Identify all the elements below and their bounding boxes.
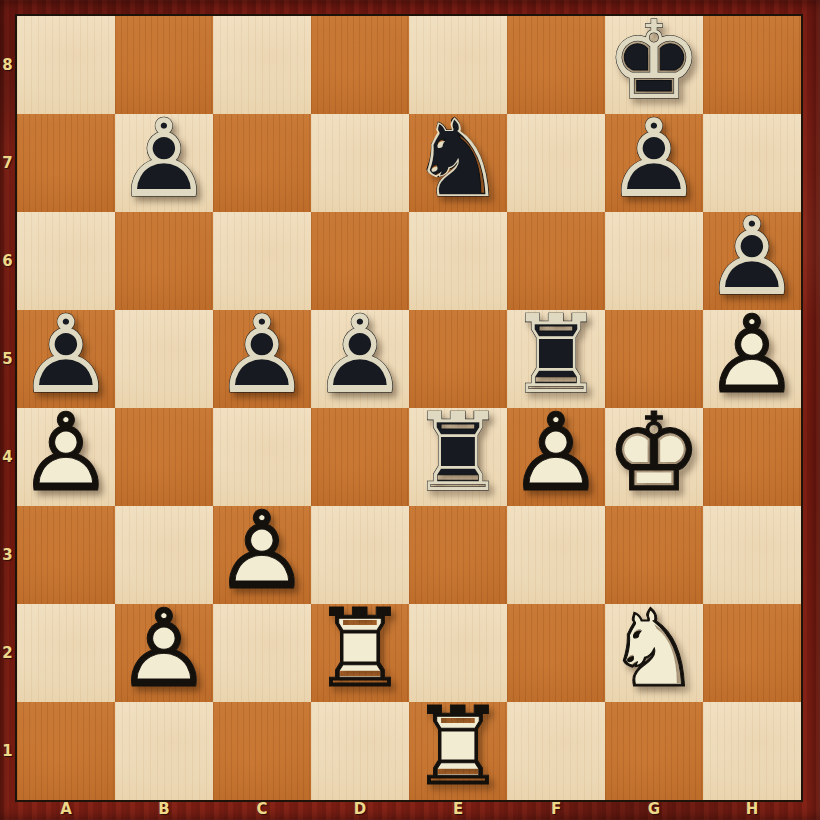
square-e7[interactable]: ♞♘ — [409, 114, 507, 212]
file-label-f: F — [507, 798, 605, 820]
square-d8[interactable] — [311, 16, 409, 114]
square-g1[interactable] — [605, 702, 703, 800]
square-a3[interactable] — [17, 506, 115, 604]
square-h5[interactable]: ♟♙ — [703, 310, 801, 408]
piece-white-pawn[interactable]: ♟♙ — [507, 408, 605, 506]
square-g4[interactable]: ♚♔ — [605, 408, 703, 506]
file-label-h: H — [703, 798, 801, 820]
piece-white-rook[interactable]: ♜♖ — [311, 604, 409, 702]
black-pawn-outline-glyph: ♙ — [311, 306, 409, 404]
black-rook-outline-glyph: ♖ — [409, 404, 507, 502]
rank-labels: 87654321 — [0, 16, 15, 800]
chess-board: ♚♔♟♙♞♘♟♙♟♙♟♙♟♙♟♙♜♖♟♙♟♙♜♖♟♙♚♔♟♙♟♙♜♖♞♘♜♖ — [17, 16, 801, 800]
white-pawn-outline-glyph: ♙ — [17, 404, 115, 502]
square-e1[interactable]: ♜♖ — [409, 702, 507, 800]
piece-white-knight[interactable]: ♞♘ — [605, 604, 703, 702]
board-frame: ♚♔♟♙♞♘♟♙♟♙♟♙♟♙♟♙♜♖♟♙♟♙♜♖♟♙♚♔♟♙♟♙♜♖♞♘♜♖ — [15, 14, 803, 802]
file-label-a: A — [17, 798, 115, 820]
square-b2[interactable]: ♟♙ — [115, 604, 213, 702]
square-e3[interactable] — [409, 506, 507, 604]
square-e4[interactable]: ♜♖ — [409, 408, 507, 506]
file-labels: ABCDEFGH — [17, 798, 801, 820]
square-c8[interactable] — [213, 16, 311, 114]
square-h4[interactable] — [703, 408, 801, 506]
rank-label-7: 7 — [0, 114, 15, 212]
square-c1[interactable] — [213, 702, 311, 800]
square-h2[interactable] — [703, 604, 801, 702]
square-f3[interactable] — [507, 506, 605, 604]
square-c5[interactable]: ♟♙ — [213, 310, 311, 408]
square-f1[interactable] — [507, 702, 605, 800]
white-knight-outline-glyph: ♘ — [605, 600, 703, 698]
square-b4[interactable] — [115, 408, 213, 506]
rank-label-2: 2 — [0, 604, 15, 702]
white-rook-outline-glyph: ♖ — [409, 698, 507, 796]
white-king-outline-glyph: ♔ — [605, 404, 703, 502]
square-g2[interactable]: ♞♘ — [605, 604, 703, 702]
piece-white-pawn[interactable]: ♟♙ — [213, 506, 311, 604]
piece-white-pawn[interactable]: ♟♙ — [17, 408, 115, 506]
file-label-g: G — [605, 798, 703, 820]
square-a7[interactable] — [17, 114, 115, 212]
square-b7[interactable]: ♟♙ — [115, 114, 213, 212]
rank-label-1: 1 — [0, 702, 15, 800]
white-pawn-outline-glyph: ♙ — [703, 306, 801, 404]
square-f7[interactable] — [507, 114, 605, 212]
rank-label-6: 6 — [0, 212, 15, 310]
white-pawn-outline-glyph: ♙ — [213, 502, 311, 600]
piece-black-knight[interactable]: ♞♘ — [409, 114, 507, 212]
square-a1[interactable] — [17, 702, 115, 800]
square-f2[interactable] — [507, 604, 605, 702]
piece-white-king[interactable]: ♚♔ — [605, 408, 703, 506]
square-a2[interactable] — [17, 604, 115, 702]
file-label-e: E — [409, 798, 507, 820]
rank-label-8: 8 — [0, 16, 15, 114]
black-knight-outline-glyph: ♘ — [409, 110, 507, 208]
black-pawn-outline-glyph: ♙ — [605, 110, 703, 208]
file-label-c: C — [213, 798, 311, 820]
piece-black-pawn[interactable]: ♟♙ — [213, 310, 311, 408]
piece-black-pawn[interactable]: ♟♙ — [115, 114, 213, 212]
rank-label-3: 3 — [0, 506, 15, 604]
square-e6[interactable] — [409, 212, 507, 310]
white-pawn-outline-glyph: ♙ — [507, 404, 605, 502]
white-rook-outline-glyph: ♖ — [311, 600, 409, 698]
square-f8[interactable] — [507, 16, 605, 114]
square-a8[interactable] — [17, 16, 115, 114]
square-b6[interactable] — [115, 212, 213, 310]
piece-white-pawn[interactable]: ♟♙ — [115, 604, 213, 702]
square-f4[interactable]: ♟♙ — [507, 408, 605, 506]
file-label-b: B — [115, 798, 213, 820]
chess-app-frame: 87654321 ♚♔♟♙♞♘♟♙♟♙♟♙♟♙♟♙♜♖♟♙♟♙♜♖♟♙♚♔♟♙♟… — [0, 0, 820, 820]
piece-black-pawn[interactable]: ♟♙ — [311, 310, 409, 408]
square-d2[interactable]: ♜♖ — [311, 604, 409, 702]
square-d1[interactable] — [311, 702, 409, 800]
black-pawn-outline-glyph: ♙ — [115, 110, 213, 208]
piece-black-rook[interactable]: ♜♖ — [409, 408, 507, 506]
white-pawn-outline-glyph: ♙ — [115, 600, 213, 698]
square-a4[interactable]: ♟♙ — [17, 408, 115, 506]
file-label-d: D — [311, 798, 409, 820]
square-d5[interactable]: ♟♙ — [311, 310, 409, 408]
square-g6[interactable] — [605, 212, 703, 310]
square-h1[interactable] — [703, 702, 801, 800]
square-c2[interactable] — [213, 604, 311, 702]
piece-white-rook[interactable]: ♜♖ — [409, 702, 507, 800]
square-g7[interactable]: ♟♙ — [605, 114, 703, 212]
rank-label-4: 4 — [0, 408, 15, 506]
square-d7[interactable] — [311, 114, 409, 212]
square-h8[interactable] — [703, 16, 801, 114]
square-b5[interactable] — [115, 310, 213, 408]
piece-black-pawn[interactable]: ♟♙ — [605, 114, 703, 212]
square-d4[interactable] — [311, 408, 409, 506]
black-pawn-outline-glyph: ♙ — [213, 306, 311, 404]
square-c3[interactable]: ♟♙ — [213, 506, 311, 604]
piece-white-pawn[interactable]: ♟♙ — [703, 310, 801, 408]
square-c7[interactable] — [213, 114, 311, 212]
square-h3[interactable] — [703, 506, 801, 604]
square-b1[interactable] — [115, 702, 213, 800]
rank-label-5: 5 — [0, 310, 15, 408]
